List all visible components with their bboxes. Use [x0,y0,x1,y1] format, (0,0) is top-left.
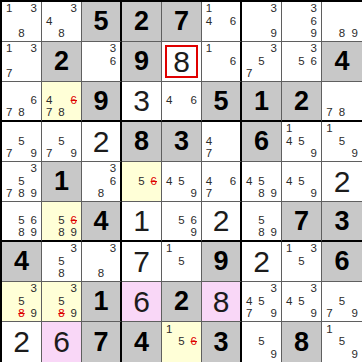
empty-mark-slot [203,55,215,67]
solved-digit: 1 [133,206,150,236]
empty-mark-slot [255,15,267,27]
cell-r6c9[interactable]: 3 [322,202,362,242]
cell-r9c6[interactable]: 3 [202,322,242,362]
candidate-mark: 5 [336,336,349,349]
given-digit: 4 [93,208,108,235]
empty-mark-slot [95,68,107,80]
cell-r7c5[interactable]: 15 [162,242,202,282]
empty-mark-slot [43,268,55,280]
empty-mark-slot [95,55,107,67]
candidate-mark: 9 [268,227,280,239]
candidate-mark: 3 [308,43,320,55]
empty-mark-slot [107,268,119,280]
empty-mark-slot [175,107,187,119]
empty-mark-slot [255,28,267,40]
candidate-mark: 3 [107,43,119,55]
candidate-mark: 1 [203,3,215,15]
empty-mark-slot [175,95,187,107]
empty-mark-slot [268,336,280,349]
cell-r3c5[interactable]: 46 [162,82,202,122]
empty-mark-slot [243,203,255,215]
cell-r6c5[interactable]: 569 [162,202,202,242]
empty-mark-slot [135,188,147,200]
candidate-mark: 1 [163,243,175,255]
cell-r8c3[interactable]: 1 [82,282,122,322]
candidate-mark: 3 [107,243,119,255]
cell-r9c4[interactable]: 4 [122,322,162,362]
cell-r6c1[interactable]: 5689 [2,202,42,242]
empty-mark-slot [348,3,361,15]
candidate-grid: 4589 [242,162,281,201]
empty-mark-slot [268,175,280,187]
candidate-mark: 9 [188,227,200,239]
empty-mark-slot [3,283,15,295]
empty-mark-slot [28,123,40,135]
candidate-mark: 3 [268,43,280,55]
empty-mark-slot [295,123,307,135]
candidate-mark: 8 [55,268,67,280]
candidate-mark: 8 [15,188,27,200]
eliminated-candidate-mark: 8 [15,308,27,320]
empty-mark-slot [3,175,15,187]
cell-r4c2[interactable]: 579 [42,122,82,162]
cell-r3c2[interactable]: 4678 [42,82,82,122]
empty-mark-slot [43,308,55,320]
empty-mark-slot [163,163,175,175]
empty-mark-slot [283,148,295,160]
solved-digit: 2 [253,247,270,277]
cell-r1c1[interactable]: 138 [2,2,42,42]
empty-mark-slot [268,295,280,307]
given-digit: 1 [54,168,69,195]
candidate-mark: 9 [68,308,80,320]
empty-mark-slot [28,135,40,147]
empty-mark-slot [215,148,227,160]
candidate-mark: 5 [55,135,67,147]
empty-mark-slot [83,43,95,55]
candidate-mark: 8 [95,188,107,200]
candidate-grid: 135 [282,242,321,281]
candidate-grid: 579 [42,122,81,161]
empty-mark-slot [28,15,40,27]
candidate-mark: 5 [55,215,67,227]
empty-mark-slot [215,188,227,200]
empty-mark-slot [3,28,15,40]
cell-r9c9[interactable]: 159 [322,322,362,362]
empty-mark-slot [43,83,55,95]
candidate-mark: 5 [15,215,27,227]
empty-mark-slot [188,243,200,255]
cell-r7c2[interactable]: 358 [42,242,82,282]
empty-mark-slot [283,188,295,200]
empty-mark-slot [348,107,361,119]
empty-mark-slot [68,203,80,215]
cell-r1c6[interactable]: 146 [202,2,242,42]
candidate-mark: 8 [55,107,67,119]
candidate-mark: 4 [43,15,55,27]
cell-r5c7[interactable]: 4589 [242,162,282,202]
cell-r2c4[interactable]: 9 [122,42,162,82]
candidate-mark: 4 [203,175,215,187]
empty-mark-slot [148,188,160,200]
empty-mark-slot [203,68,215,80]
cell-r1c4[interactable]: 2 [122,2,162,42]
empty-mark-slot [308,268,320,280]
candidate-grid: 137 [2,42,41,81]
candidate-mark: 8 [15,28,27,40]
empty-mark-slot [55,283,67,295]
empty-mark-slot [15,123,27,135]
empty-mark-slot [68,83,80,95]
candidate-mark: 5 [295,175,307,187]
cell-r5c8[interactable]: 459 [282,162,322,202]
given-digit: 2 [294,88,309,115]
given-digit: 7 [294,208,309,235]
empty-mark-slot [83,243,95,255]
cell-r8c2[interactable]: 3589 [42,282,82,322]
cell-r4c7[interactable]: 6 [242,122,282,162]
candidate-grid: 368 [82,162,120,201]
candidate-mark: 6 [188,95,200,107]
empty-mark-slot [283,15,295,27]
empty-mark-slot [175,348,187,361]
empty-mark-slot [323,336,336,349]
candidate-mark: 4 [163,175,175,187]
candidate-mark: 7 [3,107,15,119]
empty-mark-slot [323,83,336,95]
cell-r5c3[interactable]: 368 [82,162,122,202]
cell-r9c7[interactable]: 59 [242,322,282,362]
candidate-mark: 5 [336,135,349,147]
empty-mark-slot [295,163,307,175]
cell-r2c6[interactable]: 16 [202,42,242,82]
empty-mark-slot [175,323,187,336]
empty-mark-slot [43,135,55,147]
empty-mark-slot [215,3,227,15]
empty-mark-slot [255,323,267,336]
cell-r1c7[interactable]: 39 [242,2,282,42]
candidate-mark: 5 [336,295,349,307]
candidate-mark: 3 [28,3,40,15]
cell-r9c8[interactable]: 8 [282,322,322,362]
candidate-grid: 459 [162,162,201,201]
cell-r3c9[interactable]: 78 [322,82,362,122]
candidate-grid: 356 [282,42,321,81]
cell-r2c8[interactable]: 356 [282,42,322,82]
candidate-mark: 3 [28,43,40,55]
given-digit: 4 [134,329,149,356]
candidate-mark: 3 [268,283,280,295]
empty-mark-slot [323,283,336,295]
candidate-mark: 7 [323,308,336,320]
empty-mark-slot [323,15,336,27]
cell-r3c1[interactable]: 678 [2,82,42,122]
empty-mark-slot [3,215,15,227]
cell-r1c3[interactable]: 5 [82,2,122,42]
cell-r4c1[interactable]: 579 [2,122,42,162]
cell-r7c4[interactable]: 7 [122,242,162,282]
cell-r2c2[interactable]: 2 [42,42,82,82]
empty-mark-slot [215,15,227,27]
empty-mark-slot [295,268,307,280]
cell-r7c7[interactable]: 2 [242,242,282,282]
cell-r2c5[interactable]: 8 [162,42,202,82]
candidate-mark: 6 [28,95,40,107]
empty-mark-slot [227,28,239,40]
empty-mark-slot [68,28,80,40]
empty-mark-slot [295,283,307,295]
empty-mark-slot [308,255,320,267]
solved-digit: 7 [133,247,150,277]
cell-r1c5[interactable]: 7 [162,2,202,42]
cell-r5c6[interactable]: 467 [202,162,242,202]
candidate-mark: 4 [43,95,55,107]
empty-mark-slot [323,95,336,107]
empty-mark-slot [95,163,107,175]
empty-mark-slot [243,55,255,67]
cell-r5c5[interactable]: 459 [162,162,202,202]
empty-mark-slot [348,295,361,307]
cell-r7c8[interactable]: 135 [282,242,322,282]
candidate-mark: 5 [295,135,307,147]
cell-r5c9[interactable]: 2 [322,162,362,202]
candidate-mark: 6 [188,215,200,227]
empty-mark-slot [3,95,15,107]
empty-mark-slot [295,148,307,160]
cell-r8c7[interactable]: 34579 [242,282,282,322]
candidate-mark: 9 [68,227,80,239]
cell-r5c2[interactable]: 1 [42,162,82,202]
given-digit: 8 [134,128,149,155]
candidate-grid: 4678 [42,82,81,120]
given-digit: 2 [54,48,69,75]
candidate-mark: 7 [243,68,255,80]
empty-mark-slot [215,135,227,147]
cell-r1c2[interactable]: 348 [42,2,82,42]
candidate-grid: 16 [202,42,240,81]
cell-r4c5[interactable]: 3 [162,122,202,162]
cell-r3c6[interactable]: 5 [202,82,242,122]
candidate-mark: 9 [308,308,320,320]
candidate-grid: 678 [2,82,41,120]
candidate-grid: 78 [322,82,362,120]
given-digit: 4 [14,248,29,275]
empty-mark-slot [295,188,307,200]
empty-mark-slot [123,175,135,187]
cell-r1c9[interactable]: 89 [322,2,362,42]
candidate-mark: 8 [15,107,27,119]
eliminated-candidate-mark: 6 [188,336,200,349]
solved-digit: 8 [173,47,190,77]
cell-r3c3[interactable]: 9 [82,82,122,122]
cell-r3c4[interactable]: 3 [122,82,162,122]
cell-r2c7[interactable]: 357 [242,42,282,82]
eliminated-candidate-mark: 6 [68,215,80,227]
cell-r8c8[interactable]: 3459 [282,282,322,322]
cell-r3c8[interactable]: 2 [282,82,322,122]
empty-mark-slot [163,268,175,280]
candidate-mark: 7 [243,308,255,320]
empty-mark-slot [255,348,267,361]
candidate-grid: 3589 [2,282,41,321]
empty-mark-slot [283,55,295,67]
cell-r8c6[interactable]: 8 [202,282,242,322]
cell-r6c6[interactable]: 2 [202,202,242,242]
candidate-grid: 348 [42,2,81,41]
empty-mark-slot [3,295,15,307]
empty-mark-slot [336,3,349,15]
cell-r4c9[interactable]: 159 [322,122,362,162]
cell-r8c1[interactable]: 3589 [2,282,42,322]
empty-mark-slot [215,163,227,175]
empty-mark-slot [175,163,187,175]
empty-mark-slot [283,163,295,175]
empty-mark-slot [43,123,55,135]
cell-r5c1[interactable]: 35789 [2,162,42,202]
cell-r9c1[interactable]: 2 [2,322,42,362]
candidate-grid: 358 [42,242,81,281]
candidate-mark: 9 [28,308,40,320]
empty-mark-slot [83,55,95,67]
candidate-grid: 159 [322,122,362,161]
empty-mark-slot [175,268,187,280]
cell-r9c5[interactable]: 156 [162,322,202,362]
candidate-grid: 569 [162,202,201,240]
empty-mark-slot [55,148,67,160]
candidate-grid: 5689 [42,202,81,240]
cell-r7c9[interactable]: 6 [322,242,362,282]
candidate-grid: 56 [122,162,161,201]
cell-r4c6[interactable]: 47 [202,122,242,162]
candidate-mark: 5 [175,215,187,227]
empty-mark-slot [3,163,15,175]
candidate-mark: 9 [268,308,280,320]
cell-r7c3[interactable]: 38 [82,242,122,282]
empty-mark-slot [83,175,95,187]
candidate-mark: 5 [55,295,67,307]
cell-r3c7[interactable]: 1 [242,82,282,122]
cell-r6c3[interactable]: 4 [82,202,122,242]
candidate-grid: 89 [322,2,362,41]
candidate-mark: 9 [28,148,40,160]
empty-mark-slot [3,135,15,147]
candidate-grid: 138 [2,2,41,41]
empty-mark-slot [308,135,320,147]
empty-mark-slot [3,15,15,27]
cell-r1c8[interactable]: 369 [282,2,322,42]
cell-r8c4[interactable]: 6 [122,282,162,322]
empty-mark-slot [43,255,55,267]
cell-r8c9[interactable]: 579 [322,282,362,322]
candidate-mark: 6 [227,55,239,67]
cell-r6c8[interactable]: 7 [282,202,322,242]
empty-mark-slot [188,203,200,215]
candidate-mark: 3 [68,243,80,255]
empty-mark-slot [43,28,55,40]
candidate-grid: 38 [82,242,120,281]
candidate-mark: 1 [203,43,215,55]
empty-mark-slot [255,3,267,15]
cell-r7c6[interactable]: 9 [202,242,242,282]
empty-mark-slot [308,175,320,187]
candidate-mark: 5 [255,295,267,307]
cell-r2c1[interactable]: 137 [2,42,42,82]
empty-mark-slot [323,3,336,15]
solved-digit: 2 [213,206,230,236]
empty-mark-slot [336,15,349,27]
solved-digit: 6 [53,327,70,357]
candidate-mark: 4 [243,295,255,307]
empty-mark-slot [308,123,320,135]
empty-mark-slot [95,243,107,255]
cell-r2c9[interactable]: 4 [322,42,362,82]
empty-mark-slot [243,215,255,227]
empty-mark-slot [15,95,27,107]
candidate-mark: 4 [283,175,295,187]
cell-r4c4[interactable]: 8 [122,122,162,162]
candidate-mark: 9 [308,28,320,40]
candidate-mark: 9 [188,188,200,200]
empty-mark-slot [68,268,80,280]
given-digit: 6 [254,128,269,155]
cell-r4c8[interactable]: 1459 [282,122,322,162]
candidate-mark: 8 [55,28,67,40]
empty-mark-slot [255,43,267,55]
candidate-mark: 6 [227,175,239,187]
cell-r8c5[interactable]: 2 [162,282,202,322]
candidate-mark: 1 [283,123,295,135]
empty-mark-slot [175,243,187,255]
empty-mark-slot [28,68,40,80]
empty-mark-slot [175,227,187,239]
empty-mark-slot [3,83,15,95]
empty-mark-slot [243,43,255,55]
cell-r6c2[interactable]: 5689 [42,202,82,242]
candidate-grid: 1459 [282,122,321,161]
given-digit: 9 [93,88,108,115]
empty-mark-slot [283,3,295,15]
empty-mark-slot [107,188,119,200]
empty-mark-slot [268,55,280,67]
candidate-mark: 5 [295,55,307,67]
given-digit: 9 [134,48,149,75]
empty-mark-slot [188,175,200,187]
empty-mark-slot [308,295,320,307]
empty-mark-slot [188,83,200,95]
cell-r2c3[interactable]: 36 [82,42,122,82]
cell-r9c3[interactable]: 7 [82,322,122,362]
cell-r9c2[interactable]: 6 [42,322,82,362]
empty-mark-slot [15,3,27,15]
candidate-mark: 9 [268,188,280,200]
candidate-grid: 459 [282,162,321,201]
cell-r4c3[interactable]: 2 [82,122,122,162]
empty-mark-slot [268,203,280,215]
empty-mark-slot [336,308,349,320]
empty-mark-slot [15,55,27,67]
empty-mark-slot [243,163,255,175]
cell-r6c7[interactable]: 589 [242,202,282,242]
empty-mark-slot [348,95,361,107]
cell-r6c4[interactable]: 1 [122,202,162,242]
given-digit: 6 [334,248,349,275]
empty-mark-slot [188,107,200,119]
cell-r5c4[interactable]: 56 [122,162,162,202]
candidate-grid: 357 [242,42,281,81]
empty-mark-slot [55,203,67,215]
empty-mark-slot [68,255,80,267]
cell-r7c1[interactable]: 4 [2,242,42,282]
